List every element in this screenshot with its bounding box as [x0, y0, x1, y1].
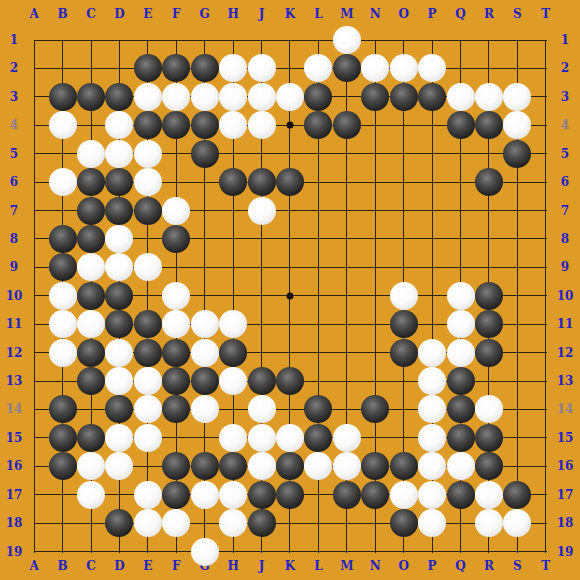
black-stone [503, 140, 531, 168]
black-stone [361, 481, 389, 509]
row-label-left: 1 [10, 34, 18, 46]
white-stone [191, 481, 219, 509]
black-stone [361, 452, 389, 480]
white-stone [418, 367, 446, 395]
white-stone [248, 395, 276, 423]
col-label-top: N [370, 8, 381, 20]
black-stone [475, 452, 503, 480]
black-stone [134, 111, 162, 139]
black-stone [390, 310, 418, 338]
black-stone [447, 395, 475, 423]
white-stone [248, 197, 276, 225]
black-stone [475, 111, 503, 139]
black-stone [219, 339, 247, 367]
white-stone [475, 395, 503, 423]
black-stone [162, 395, 190, 423]
black-stone [418, 83, 446, 111]
black-stone [447, 111, 475, 139]
black-stone [49, 424, 77, 452]
row-label-right: 4 [561, 119, 569, 131]
white-stone [134, 367, 162, 395]
black-stone [248, 168, 276, 196]
black-stone [105, 509, 133, 537]
col-label-top: J [259, 8, 265, 20]
row-label-left: 10 [6, 290, 23, 302]
row-label-right: 2 [561, 62, 569, 74]
white-stone [105, 140, 133, 168]
black-stone [77, 168, 105, 196]
black-stone [77, 282, 105, 310]
white-stone [447, 310, 475, 338]
col-label-top: K [285, 8, 295, 20]
white-stone [191, 538, 219, 566]
col-label-bottom: S [513, 560, 522, 572]
white-stone [475, 481, 503, 509]
col-label-bottom: H [227, 560, 238, 572]
white-stone [503, 83, 531, 111]
row-label-right: 14 [557, 403, 574, 415]
white-stone [105, 253, 133, 281]
col-label-bottom: C [86, 560, 96, 572]
white-stone [219, 509, 247, 537]
black-stone [105, 83, 133, 111]
white-stone [503, 509, 531, 537]
col-label-top: P [428, 8, 437, 20]
black-stone [77, 197, 105, 225]
black-stone [390, 339, 418, 367]
black-stone [77, 339, 105, 367]
col-label-bottom: A [30, 560, 39, 572]
row-label-right: 5 [561, 148, 569, 160]
white-stone [248, 83, 276, 111]
col-label-top: Q [455, 8, 465, 20]
white-stone [219, 481, 247, 509]
col-label-bottom: O [398, 560, 408, 572]
star-point [286, 292, 293, 299]
black-stone [475, 168, 503, 196]
white-stone [447, 339, 475, 367]
white-stone [390, 54, 418, 82]
black-stone [219, 452, 247, 480]
black-stone [475, 424, 503, 452]
black-stone [304, 395, 332, 423]
row-label-left: 8 [10, 233, 18, 245]
col-label-bottom: J [259, 560, 265, 572]
white-stone [475, 83, 503, 111]
white-stone [276, 83, 304, 111]
row-label-left: 4 [10, 119, 18, 131]
col-label-bottom: B [58, 560, 68, 572]
white-stone [105, 225, 133, 253]
black-stone [162, 111, 190, 139]
row-label-right: 7 [561, 205, 569, 217]
white-stone [361, 54, 389, 82]
black-stone [191, 140, 219, 168]
row-label-right: 19 [557, 546, 574, 558]
white-stone [418, 339, 446, 367]
row-label-left: 15 [6, 432, 23, 444]
row-label-left: 2 [10, 62, 18, 74]
white-stone [49, 310, 77, 338]
black-stone [191, 367, 219, 395]
row-label-right: 3 [561, 91, 569, 103]
row-label-right: 16 [557, 460, 574, 472]
black-stone [49, 395, 77, 423]
col-label-bottom: R [484, 560, 494, 572]
black-stone [276, 481, 304, 509]
col-label-top: S [513, 8, 522, 20]
grid-line-vertical [545, 40, 546, 553]
black-stone [105, 282, 133, 310]
row-label-left: 7 [10, 205, 18, 217]
row-label-left: 14 [6, 403, 23, 415]
white-stone [77, 481, 105, 509]
white-stone [162, 197, 190, 225]
white-stone [333, 26, 361, 54]
black-stone [219, 168, 247, 196]
white-stone [390, 282, 418, 310]
black-stone [304, 424, 332, 452]
col-label-top: D [114, 8, 124, 20]
white-stone [248, 424, 276, 452]
black-stone [134, 54, 162, 82]
white-stone [304, 452, 332, 480]
black-stone [134, 339, 162, 367]
white-stone [447, 83, 475, 111]
white-stone [191, 83, 219, 111]
black-stone [304, 83, 332, 111]
black-stone [77, 367, 105, 395]
white-stone [77, 140, 105, 168]
white-stone [105, 339, 133, 367]
white-stone [219, 83, 247, 111]
row-label-right: 10 [557, 290, 574, 302]
white-stone [191, 339, 219, 367]
grid-line-vertical [34, 40, 35, 553]
black-stone [333, 111, 361, 139]
black-stone [162, 225, 190, 253]
row-label-left: 6 [10, 176, 18, 188]
row-label-right: 12 [557, 347, 574, 359]
white-stone [162, 83, 190, 111]
black-stone [248, 367, 276, 395]
row-label-right: 11 [557, 318, 574, 330]
white-stone [447, 452, 475, 480]
black-stone [475, 339, 503, 367]
white-stone [219, 310, 247, 338]
row-label-right: 15 [557, 432, 574, 444]
white-stone [105, 367, 133, 395]
black-stone [475, 310, 503, 338]
row-label-left: 3 [10, 91, 18, 103]
row-label-right: 9 [561, 261, 569, 273]
black-stone [276, 367, 304, 395]
row-label-left: 9 [10, 261, 18, 273]
col-label-top: R [484, 8, 494, 20]
white-stone [105, 111, 133, 139]
star-point [286, 122, 293, 129]
col-label-bottom: N [370, 560, 381, 572]
black-stone [77, 225, 105, 253]
white-stone [304, 54, 332, 82]
white-stone [418, 54, 446, 82]
white-stone [475, 509, 503, 537]
black-stone [333, 54, 361, 82]
black-stone [191, 452, 219, 480]
row-label-left: 17 [6, 489, 23, 501]
black-stone [162, 367, 190, 395]
black-stone [105, 168, 133, 196]
white-stone [248, 452, 276, 480]
black-stone [162, 481, 190, 509]
white-stone [77, 452, 105, 480]
black-stone [447, 481, 475, 509]
black-stone [134, 310, 162, 338]
row-label-right: 17 [557, 489, 574, 501]
white-stone [447, 282, 475, 310]
row-label-left: 12 [6, 347, 23, 359]
col-label-bottom: M [340, 560, 353, 572]
white-stone [276, 424, 304, 452]
col-label-bottom: E [143, 560, 152, 572]
white-stone [219, 111, 247, 139]
white-stone [333, 424, 361, 452]
col-label-top: H [227, 8, 238, 20]
col-label-top: M [340, 8, 353, 20]
row-label-left: 11 [6, 318, 23, 330]
row-label-right: 13 [557, 375, 574, 387]
black-stone [162, 54, 190, 82]
black-stone [276, 452, 304, 480]
white-stone [191, 310, 219, 338]
white-stone [134, 140, 162, 168]
black-stone [361, 395, 389, 423]
black-stone [105, 310, 133, 338]
black-stone [248, 509, 276, 537]
white-stone [134, 509, 162, 537]
black-stone [390, 83, 418, 111]
black-stone [191, 111, 219, 139]
col-label-bottom: D [114, 560, 124, 572]
col-label-top: G [200, 8, 210, 20]
black-stone [49, 253, 77, 281]
white-stone [134, 395, 162, 423]
white-stone [390, 481, 418, 509]
col-label-bottom: Q [455, 560, 465, 572]
white-stone [105, 424, 133, 452]
row-label-left: 19 [6, 546, 23, 558]
col-label-bottom: L [314, 560, 322, 572]
col-label-top: F [172, 8, 181, 20]
white-stone [191, 395, 219, 423]
white-stone [418, 481, 446, 509]
white-stone [77, 310, 105, 338]
white-stone [219, 367, 247, 395]
col-label-top: E [143, 8, 152, 20]
row-label-left: 13 [6, 375, 23, 387]
white-stone [418, 395, 446, 423]
col-label-bottom: K [285, 560, 295, 572]
col-label-top: L [314, 8, 322, 20]
white-stone [418, 509, 446, 537]
white-stone [162, 282, 190, 310]
black-stone [390, 509, 418, 537]
white-stone [248, 54, 276, 82]
go-board[interactable]: AABBCCDDEEFFGGHHJJKKLLMMNNOOPPQQRRSSTT11… [0, 0, 580, 580]
row-label-right: 18 [557, 517, 574, 529]
white-stone [418, 452, 446, 480]
black-stone [276, 168, 304, 196]
white-stone [219, 54, 247, 82]
white-stone [77, 253, 105, 281]
white-stone [134, 424, 162, 452]
black-stone [49, 452, 77, 480]
white-stone [49, 339, 77, 367]
black-stone [77, 83, 105, 111]
black-stone [105, 197, 133, 225]
white-stone [333, 452, 361, 480]
col-label-bottom: P [428, 560, 437, 572]
white-stone [134, 253, 162, 281]
white-stone [219, 424, 247, 452]
black-stone [447, 367, 475, 395]
col-label-bottom: T [541, 560, 550, 572]
row-label-right: 6 [561, 176, 569, 188]
grid-line-horizontal [34, 551, 547, 552]
white-stone [134, 481, 162, 509]
black-stone [49, 225, 77, 253]
white-stone [49, 111, 77, 139]
col-label-top: T [541, 8, 550, 20]
black-stone [162, 452, 190, 480]
white-stone [134, 83, 162, 111]
black-stone [105, 395, 133, 423]
col-label-top: A [30, 8, 39, 20]
white-stone [503, 111, 531, 139]
row-label-right: 8 [561, 233, 569, 245]
black-stone [447, 424, 475, 452]
white-stone [134, 168, 162, 196]
col-label-top: C [86, 8, 96, 20]
col-label-top: B [58, 8, 68, 20]
white-stone [49, 282, 77, 310]
black-stone [333, 481, 361, 509]
white-stone [248, 111, 276, 139]
black-stone [390, 452, 418, 480]
white-stone [162, 509, 190, 537]
black-stone [304, 111, 332, 139]
white-stone [418, 424, 446, 452]
black-stone [361, 83, 389, 111]
black-stone [475, 282, 503, 310]
col-label-top: O [398, 8, 408, 20]
col-label-bottom: F [172, 560, 181, 572]
black-stone [134, 197, 162, 225]
white-stone [49, 168, 77, 196]
black-stone [49, 83, 77, 111]
black-stone [503, 481, 531, 509]
white-stone [162, 310, 190, 338]
black-stone [162, 339, 190, 367]
black-stone [77, 424, 105, 452]
row-label-right: 1 [561, 34, 569, 46]
black-stone [248, 481, 276, 509]
white-stone [105, 452, 133, 480]
black-stone [191, 54, 219, 82]
row-label-left: 18 [6, 517, 23, 529]
row-label-left: 5 [10, 148, 18, 160]
row-label-left: 16 [6, 460, 23, 472]
